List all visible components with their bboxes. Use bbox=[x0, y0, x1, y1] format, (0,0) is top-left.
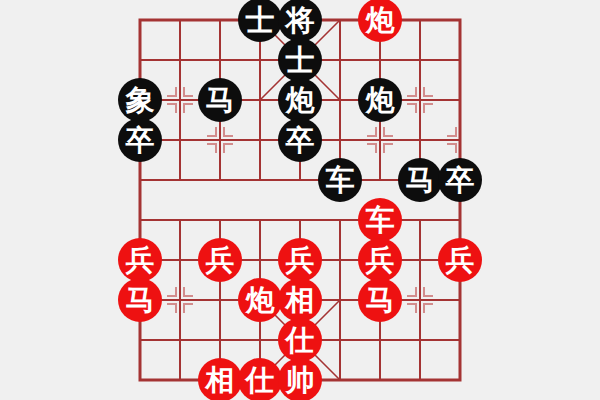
piece-black-pawn[interactable]: 卒 bbox=[438, 158, 482, 202]
piece-red-cannon[interactable]: 炮 bbox=[238, 278, 282, 322]
pieces-layer: 士将炮士象马炮炮卒卒车马卒车兵兵兵兵兵马炮相马仕相仕帅 bbox=[0, 0, 600, 400]
piece-red-pawn[interactable]: 兵 bbox=[278, 238, 322, 282]
piece-red-elephant[interactable]: 相 bbox=[198, 358, 242, 400]
piece-black-cannon[interactable]: 炮 bbox=[278, 78, 322, 122]
piece-black-horse[interactable]: 马 bbox=[198, 78, 242, 122]
piece-red-horse[interactable]: 马 bbox=[118, 278, 162, 322]
piece-red-cannon[interactable]: 炮 bbox=[358, 0, 402, 42]
xiangqi-board[interactable]: 士将炮士象马炮炮卒卒车马卒车兵兵兵兵兵马炮相马仕相仕帅 bbox=[0, 0, 600, 400]
piece-red-advisor[interactable]: 仕 bbox=[238, 358, 282, 400]
piece-red-pawn[interactable]: 兵 bbox=[118, 238, 162, 282]
piece-black-elephant[interactable]: 象 bbox=[118, 78, 162, 122]
piece-black-horse[interactable]: 马 bbox=[398, 158, 442, 202]
piece-red-horse[interactable]: 马 bbox=[358, 278, 402, 322]
piece-black-advisor[interactable]: 士 bbox=[238, 0, 282, 42]
piece-black-chariot[interactable]: 车 bbox=[318, 158, 362, 202]
piece-red-general[interactable]: 帅 bbox=[278, 358, 322, 400]
piece-red-elephant[interactable]: 相 bbox=[278, 278, 322, 322]
piece-red-pawn[interactable]: 兵 bbox=[358, 238, 402, 282]
xiangqi-screen: 士将炮士象马炮炮卒卒车马卒车兵兵兵兵兵马炮相马仕相仕帅 bbox=[0, 0, 600, 400]
piece-black-advisor[interactable]: 士 bbox=[278, 38, 322, 82]
piece-black-pawn[interactable]: 卒 bbox=[118, 118, 162, 162]
piece-red-chariot[interactable]: 车 bbox=[358, 198, 402, 242]
piece-black-cannon[interactable]: 炮 bbox=[358, 78, 402, 122]
piece-black-pawn[interactable]: 卒 bbox=[278, 118, 322, 162]
piece-red-advisor[interactable]: 仕 bbox=[278, 318, 322, 362]
piece-red-pawn[interactable]: 兵 bbox=[198, 238, 242, 282]
piece-red-pawn[interactable]: 兵 bbox=[438, 238, 482, 282]
piece-black-general[interactable]: 将 bbox=[278, 0, 322, 42]
